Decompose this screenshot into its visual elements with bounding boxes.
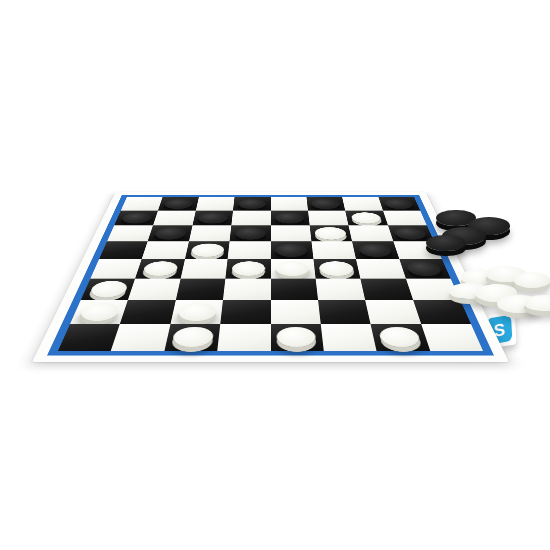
product-photo-scene: B S	[0, 0, 550, 550]
white-piece-tray	[0, 0, 550, 550]
white-checker-spare[interactable]	[514, 272, 550, 287]
